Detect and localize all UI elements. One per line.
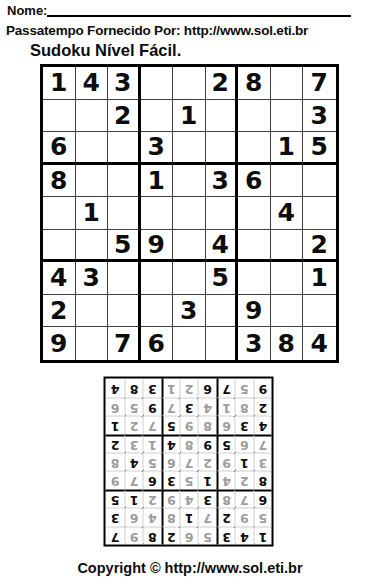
solution-cell-r2c9: 3 (106, 508, 124, 526)
sudoku-cell-r8c7[interactable]: 9 (238, 295, 271, 328)
solution-cell-r9c4: 6 (198, 379, 216, 397)
solution-cell-r7c5: 9 (180, 416, 198, 434)
sudoku-cell-r7c6[interactable]: 5 (206, 262, 239, 295)
sudoku-cell-r8c3[interactable] (108, 295, 141, 328)
sudoku-cell-r4c3[interactable] (108, 165, 141, 198)
sudoku-cell-r1c8[interactable] (271, 67, 304, 100)
sudoku-cell-r6c5[interactable] (173, 230, 206, 263)
sudoku-cell-r3c1[interactable]: 6 (43, 132, 76, 165)
sudoku-cell-r1c1[interactable]: 1 (43, 67, 76, 100)
solution-cell-r9c5: 2 (180, 379, 198, 397)
sudoku-cell-r5c5[interactable] (173, 197, 206, 230)
sudoku-cell-r1c6[interactable]: 2 (206, 67, 239, 100)
solution-cell-r6c5: 8 (180, 434, 198, 452)
sudoku-cell-r1c7[interactable]: 8 (238, 67, 271, 100)
sudoku-cell-r5c4[interactable] (141, 197, 174, 230)
solution-cell-r4c3: 4 (216, 471, 234, 489)
sudoku-cell-r3c9[interactable]: 5 (303, 132, 336, 165)
solution-cell-r2c8: 6 (124, 508, 142, 526)
solution-cell-r5c4: 2 (198, 453, 216, 471)
sudoku-cell-r5c2[interactable]: 1 (76, 197, 109, 230)
sudoku-cell-r4c5[interactable] (173, 165, 206, 198)
solution-cell-r7c3: 6 (216, 416, 234, 434)
solution-cell-r5c3: 9 (216, 453, 234, 471)
provider-line: Passatempo Fornecido Por: http://www.sol… (6, 23, 308, 38)
sudoku-cell-r1c2[interactable]: 4 (76, 67, 109, 100)
solution-cell-r1c8: 9 (124, 526, 142, 544)
page-title: Sudoku Nível Fácil. (30, 41, 181, 60)
sudoku-cell-r6c7[interactable] (238, 230, 271, 263)
solution-cell-r6c2: 6 (235, 434, 253, 452)
sudoku-cell-r5c9[interactable] (303, 197, 336, 230)
sudoku-cell-r2c8[interactable] (271, 100, 304, 133)
sudoku-cell-r6c3[interactable]: 5 (108, 230, 141, 263)
sudoku-cell-r3c5[interactable] (173, 132, 206, 165)
sudoku-cell-r3c4[interactable]: 3 (141, 132, 174, 165)
solution-cell-r8c3: 1 (216, 397, 234, 415)
sudoku-cell-r2c6[interactable] (206, 100, 239, 133)
solution-cell-r3c9: 5 (106, 489, 124, 507)
sudoku-cell-r7c8[interactable] (271, 262, 304, 295)
sudoku-cell-r9c5[interactable] (173, 327, 206, 360)
solution-cell-r8c8: 5 (124, 397, 142, 415)
solution-cell-r5c6: 6 (161, 453, 179, 471)
solution-cell-r6c6: 4 (161, 434, 179, 452)
solution-cell-r9c8: 8 (124, 379, 142, 397)
solution-cell-r8c6: 7 (161, 397, 179, 415)
solution-cell-r8c1: 2 (253, 397, 271, 415)
sudoku-cell-r6c8[interactable] (271, 230, 304, 263)
solution-cell-r4c9: 9 (106, 471, 124, 489)
solution-cell-r5c1: 3 (253, 453, 271, 471)
solution-cell-r3c4: 3 (198, 489, 216, 507)
solution-cell-r2c3: 2 (216, 508, 234, 526)
sudoku-cell-r2c2[interactable] (76, 100, 109, 133)
sudoku-cell-r4c8[interactable] (271, 165, 304, 198)
solution-cell-r5c8: 4 (124, 453, 142, 471)
solution-cell-r1c5: 6 (180, 526, 198, 544)
sudoku-cell-r9c6[interactable] (206, 327, 239, 360)
sudoku-cell-r8c2[interactable] (76, 295, 109, 328)
solution-cell-r9c6: 1 (161, 379, 179, 397)
sudoku-cell-r2c9[interactable]: 3 (303, 100, 336, 133)
solution-cell-r5c9: 8 (106, 453, 124, 471)
sudoku-cell-r8c4[interactable] (141, 295, 174, 328)
solution-cell-r2c1: 5 (253, 508, 271, 526)
sudoku-cell-r4c4[interactable]: 1 (141, 165, 174, 198)
sudoku-cell-r8c6[interactable] (206, 295, 239, 328)
name-write-line (47, 14, 351, 17)
solution-cell-r2c2: 9 (235, 508, 253, 526)
solution-cell-r1c2: 4 (235, 526, 253, 544)
solution-cell-r4c6: 3 (161, 471, 179, 489)
sudoku-cell-r5c7[interactable] (238, 197, 271, 230)
solution-cell-r8c2: 8 (235, 397, 253, 415)
solution-cell-r9c7: 3 (143, 379, 161, 397)
sudoku-cell-r4c1[interactable]: 8 (43, 165, 76, 198)
solution-cell-r9c3: 7 (216, 379, 234, 397)
sudoku-cell-r5c6[interactable] (206, 197, 239, 230)
solution-cell-r2c7: 4 (143, 508, 161, 526)
solution-cell-r4c5: 5 (180, 471, 198, 489)
solution-cell-r2c5: 1 (180, 508, 198, 526)
solution-cell-r7c2: 3 (235, 416, 253, 434)
sudoku-cell-r7c5[interactable] (173, 262, 206, 295)
solution-cell-r7c6: 5 (161, 416, 179, 434)
sudoku-cell-r6c6[interactable]: 4 (206, 230, 239, 263)
solution-cell-r4c7: 6 (143, 471, 161, 489)
solution-cell-r6c8: 3 (124, 434, 142, 452)
name-label: Nome: (7, 3, 47, 18)
sudoku-cell-r7c2[interactable]: 3 (76, 262, 109, 295)
solution-cell-r1c3: 3 (216, 526, 234, 544)
solution-cell-r1c1: 1 (253, 526, 271, 544)
sudoku-cell-r1c4[interactable] (141, 67, 174, 100)
sudoku-cell-r1c5[interactable] (173, 67, 206, 100)
sudoku-cell-r9c2[interactable] (76, 327, 109, 360)
solution-cell-r3c7: 2 (143, 489, 161, 507)
sudoku-cell-r2c4[interactable] (141, 100, 174, 133)
solution-cell-r3c6: 9 (161, 489, 179, 507)
solution-grid: 1435628975927184636783492158241536793192… (104, 377, 274, 547)
sudoku-cell-r5c8[interactable]: 4 (271, 197, 304, 230)
sudoku-cell-r9c3[interactable]: 7 (108, 327, 141, 360)
solution-cell-r8c7: 9 (143, 397, 161, 415)
solution-cell-r3c2: 7 (235, 489, 253, 507)
solution-cell-r7c1: 4 (253, 416, 271, 434)
sudoku-cell-r1c9[interactable]: 7 (303, 67, 336, 100)
solution-cell-r5c2: 1 (235, 453, 253, 471)
sudoku-cell-r9c8[interactable]: 8 (271, 327, 304, 360)
sudoku-cell-r2c5[interactable]: 1 (173, 100, 206, 133)
sudoku-cell-r4c6[interactable]: 3 (206, 165, 239, 198)
sudoku-cell-r8c8[interactable] (271, 295, 304, 328)
sudoku-cell-r9c4[interactable]: 6 (141, 327, 174, 360)
sudoku-cell-r7c9[interactable]: 1 (303, 262, 336, 295)
solution-cell-r5c7: 5 (143, 453, 161, 471)
solution-cell-r7c9: 1 (106, 416, 124, 434)
sudoku-cell-r6c1[interactable] (43, 230, 76, 263)
solution-cell-r4c4: 1 (198, 471, 216, 489)
sudoku-cell-r9c1[interactable]: 9 (43, 327, 76, 360)
solution-cell-r6c7: 1 (143, 434, 161, 452)
solution-cell-r9c2: 5 (235, 379, 253, 397)
sudoku-cell-r6c2[interactable] (76, 230, 109, 263)
solution-cell-r7c8: 2 (124, 416, 142, 434)
solution-cell-r1c7: 8 (143, 526, 161, 544)
solution-cell-r4c2: 2 (235, 471, 253, 489)
solution-cell-r7c7: 7 (143, 416, 161, 434)
sudoku-cell-r3c6[interactable] (206, 132, 239, 165)
sudoku-cell-r3c8[interactable]: 1 (271, 132, 304, 165)
sudoku-cell-r3c2[interactable] (76, 132, 109, 165)
solution-cell-r3c8: 1 (124, 489, 142, 507)
solution-cell-r8c9: 6 (106, 397, 124, 415)
sudoku-cell-r2c3[interactable]: 2 (108, 100, 141, 133)
solution-cell-r7c4: 8 (198, 416, 216, 434)
sudoku-cell-r7c1[interactable]: 4 (43, 262, 76, 295)
solution-cell-r2c4: 7 (198, 508, 216, 526)
sudoku-cell-r8c9[interactable] (303, 295, 336, 328)
sudoku-cell-r6c9[interactable]: 2 (303, 230, 336, 263)
solution-cell-r1c4: 5 (198, 526, 216, 544)
solution-cell-r4c8: 7 (124, 471, 142, 489)
solution-cell-r8c4: 4 (198, 397, 216, 415)
solution-cell-r8c5: 3 (180, 397, 198, 415)
copyright: Copyright © http://www.sol.eti.br (0, 560, 380, 576)
sudoku-cell-r9c9[interactable]: 4 (303, 327, 336, 360)
sudoku-cell-r5c1[interactable] (43, 197, 76, 230)
name-row: Nome: (7, 3, 351, 18)
sudoku-cell-r8c1[interactable]: 2 (43, 295, 76, 328)
sudoku-cell-r7c4[interactable] (141, 262, 174, 295)
sudoku-cell-r7c7[interactable] (238, 262, 271, 295)
solution-cell-r3c3: 8 (216, 489, 234, 507)
sudoku-cell-r4c2[interactable] (76, 165, 109, 198)
sudoku-cell-r2c7[interactable] (238, 100, 271, 133)
solution-cell-r1c6: 2 (161, 526, 179, 544)
solution-cell-r6c3: 5 (216, 434, 234, 452)
sudoku-cell-r8c5[interactable]: 3 (173, 295, 206, 328)
sudoku-cell-r6c4[interactable]: 9 (141, 230, 174, 263)
sudoku-cell-r4c7[interactable]: 6 (238, 165, 271, 198)
solution-cell-r9c9: 4 (106, 379, 124, 397)
solution-cell-r9c1: 9 (253, 379, 271, 397)
sudoku-cell-r9c7[interactable]: 3 (238, 327, 271, 360)
sudoku-cell-r3c3[interactable] (108, 132, 141, 165)
solution-cell-r4c1: 8 (253, 471, 271, 489)
sudoku-cell-r3c7[interactable] (238, 132, 271, 165)
sudoku-cell-r4c9[interactable] (303, 165, 336, 198)
sudoku-cell-r1c3[interactable]: 3 (108, 67, 141, 100)
solution-cell-r3c1: 6 (253, 489, 271, 507)
solution-cell-r1c9: 7 (106, 526, 124, 544)
sudoku-cell-r7c3[interactable] (108, 262, 141, 295)
sudoku-cell-r2c1[interactable] (43, 100, 76, 133)
solution-cell-r3c5: 4 (180, 489, 198, 507)
solution-cell-r6c4: 9 (198, 434, 216, 452)
solution-cell-r5c5: 7 (180, 453, 198, 471)
sudoku-cell-r5c3[interactable] (108, 197, 141, 230)
solution-cell-r6c9: 2 (106, 434, 124, 452)
solution-cell-r2c6: 8 (161, 508, 179, 526)
page: Nome: Passatempo Fornecido Por: http://w… (0, 0, 380, 585)
sudoku-grid: 143287213631581361459424351239976384 (40, 64, 339, 363)
solution-cell-r6c1: 7 (253, 434, 271, 452)
